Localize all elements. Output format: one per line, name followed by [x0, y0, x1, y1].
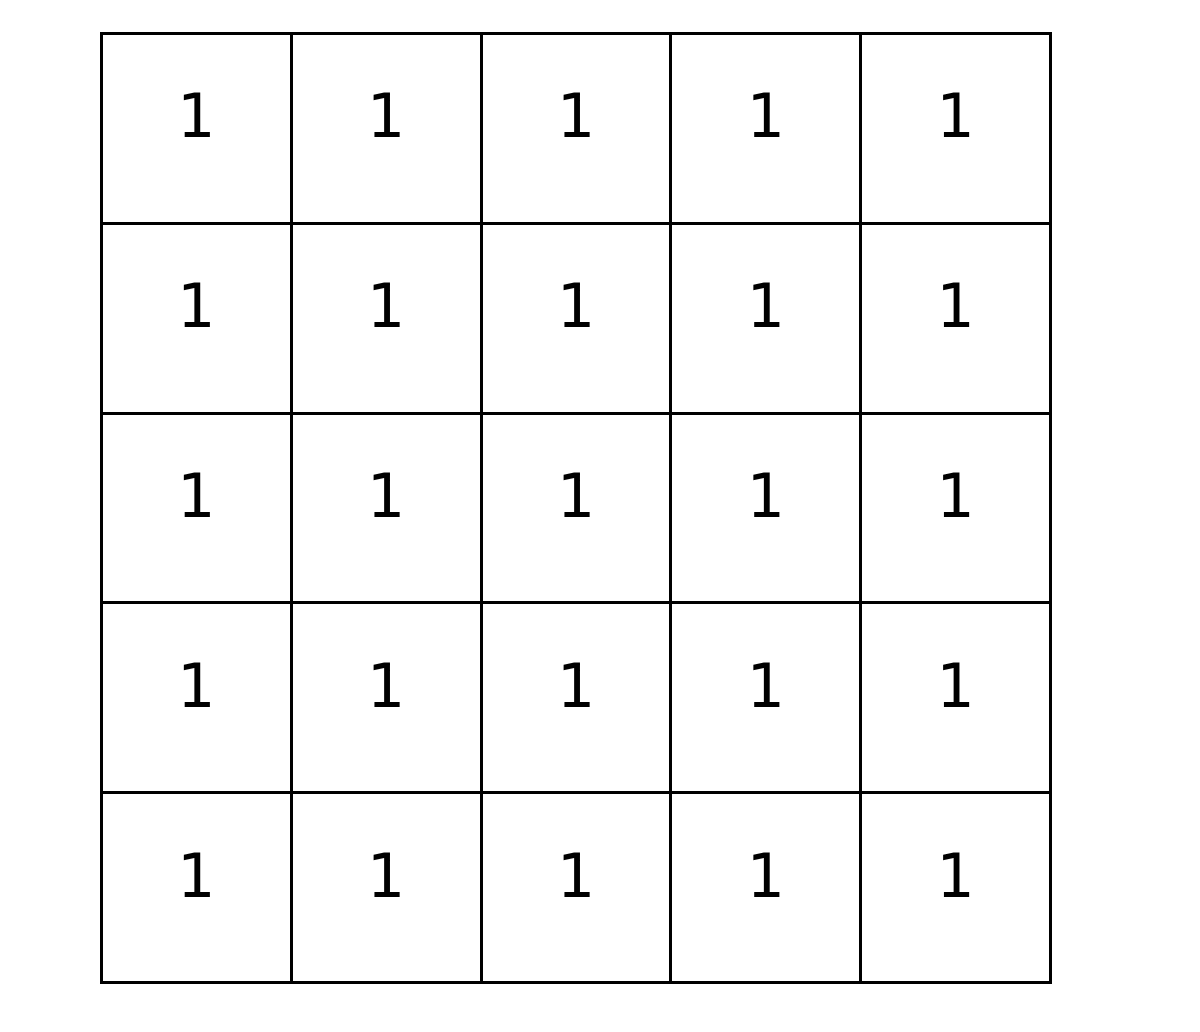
grid-cell-r1c4[interactable]: 1: [672, 35, 859, 222]
grid-cell-r5c5[interactable]: 1: [862, 794, 1049, 981]
grid-cell-r1c3[interactable]: 1: [483, 35, 670, 222]
grid-cell-r4c4[interactable]: 1: [672, 604, 859, 791]
grid-cell-r1c5[interactable]: 1: [862, 35, 1049, 222]
grid-cell-r2c1[interactable]: 1: [103, 225, 290, 412]
grid-cell-r1c2[interactable]: 1: [293, 35, 480, 222]
grid-cell-r3c1[interactable]: 1: [103, 415, 290, 602]
grid-cell-r1c1[interactable]: 1: [103, 35, 290, 222]
grid-cell-r3c3[interactable]: 1: [483, 415, 670, 602]
grid-cell-r3c5[interactable]: 1: [862, 415, 1049, 602]
grid-cell-r3c4[interactable]: 1: [672, 415, 859, 602]
grid-cell-r5c2[interactable]: 1: [293, 794, 480, 981]
grid-cell-r4c5[interactable]: 1: [862, 604, 1049, 791]
grid-cell-r2c3[interactable]: 1: [483, 225, 670, 412]
grid-cell-r2c2[interactable]: 1: [293, 225, 480, 412]
grid-cell-r2c5[interactable]: 1: [862, 225, 1049, 412]
grid-cell-r5c3[interactable]: 1: [483, 794, 670, 981]
puzzle-grid: 1111111111111111111111111: [100, 32, 1052, 984]
grid-cell-r4c3[interactable]: 1: [483, 604, 670, 791]
grid-cell-r5c1[interactable]: 1: [103, 794, 290, 981]
grid-cell-r4c2[interactable]: 1: [293, 604, 480, 791]
grid-cell-r2c4[interactable]: 1: [672, 225, 859, 412]
grid-cell-r5c4[interactable]: 1: [672, 794, 859, 981]
grid-cell-r3c2[interactable]: 1: [293, 415, 480, 602]
grid-cell-r4c1[interactable]: 1: [103, 604, 290, 791]
